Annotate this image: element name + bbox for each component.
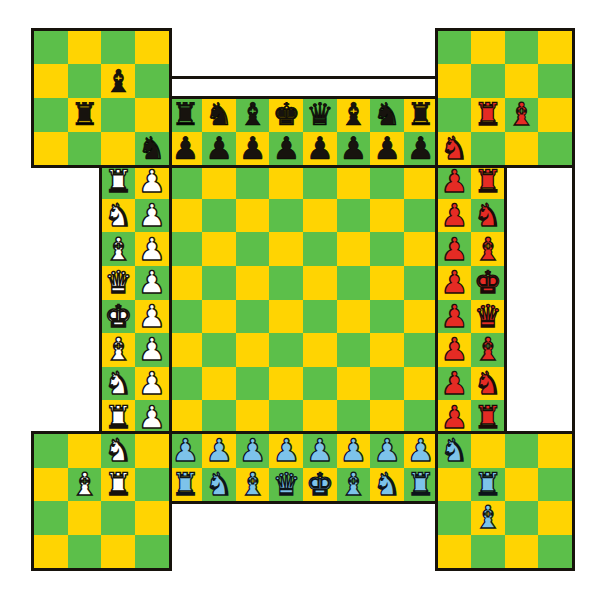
square[interactable]	[236, 199, 270, 233]
piece-blue-rook[interactable]: ♜	[471, 468, 505, 502]
piece-blue-knight[interactable]: ♞	[202, 468, 236, 502]
square[interactable]	[135, 64, 169, 98]
square[interactable]	[202, 199, 236, 233]
piece-white-pawn[interactable]: ♟	[135, 367, 169, 401]
piece-black-pawn[interactable]: ♟	[404, 132, 438, 166]
square[interactable]	[34, 64, 68, 98]
square[interactable]	[404, 300, 438, 334]
square[interactable]	[538, 535, 572, 569]
square[interactable]	[169, 199, 203, 233]
square[interactable]	[34, 501, 68, 535]
square[interactable]	[471, 64, 505, 98]
square[interactable]	[370, 400, 404, 434]
square[interactable]	[505, 434, 539, 468]
piece-white-king[interactable]: ♚	[102, 300, 136, 334]
square[interactable]	[236, 165, 270, 199]
piece-white-bishop[interactable]: ♝	[102, 333, 136, 367]
square[interactable]	[68, 434, 102, 468]
square[interactable]	[135, 468, 169, 502]
square[interactable]	[303, 232, 337, 266]
piece-blue-pawn[interactable]: ♟	[270, 434, 304, 468]
piece-blue-pawn[interactable]: ♟	[202, 434, 236, 468]
square[interactable]	[438, 501, 472, 535]
square[interactable]	[202, 333, 236, 367]
square[interactable]	[236, 300, 270, 334]
piece-black-pawn[interactable]: ♟	[337, 132, 371, 166]
piece-red-pawn[interactable]: ♟	[438, 266, 472, 300]
square[interactable]	[471, 535, 505, 569]
square[interactable]	[202, 300, 236, 334]
piece-red-bishop[interactable]: ♝	[505, 98, 539, 132]
piece-red-king[interactable]: ♚	[471, 266, 505, 300]
piece-red-rook[interactable]: ♜	[471, 98, 505, 132]
square[interactable]	[303, 367, 337, 401]
piece-blue-queen[interactable]: ♛	[270, 468, 304, 502]
piece-black-bishop[interactable]: ♝	[236, 98, 270, 132]
square[interactable]	[404, 333, 438, 367]
square[interactable]	[101, 132, 135, 166]
square[interactable]	[505, 501, 539, 535]
square[interactable]	[505, 31, 539, 65]
square[interactable]	[404, 266, 438, 300]
piece-red-pawn[interactable]: ♟	[438, 165, 472, 199]
piece-black-knight[interactable]: ♞	[202, 98, 236, 132]
piece-black-rook[interactable]: ♜	[68, 98, 102, 132]
square[interactable]	[269, 300, 303, 334]
square[interactable]	[269, 165, 303, 199]
piece-blue-pawn[interactable]: ♟	[404, 434, 438, 468]
piece-white-bishop[interactable]: ♝	[68, 468, 102, 502]
square[interactable]	[370, 165, 404, 199]
piece-red-knight[interactable]: ♞	[471, 199, 505, 233]
square[interactable]	[34, 98, 68, 132]
square[interactable]	[68, 501, 102, 535]
square[interactable]	[169, 165, 203, 199]
piece-black-queen[interactable]: ♛	[303, 98, 337, 132]
square[interactable]	[337, 232, 371, 266]
piece-blue-bishop[interactable]: ♝	[236, 468, 270, 502]
square[interactable]	[202, 232, 236, 266]
square[interactable]	[101, 98, 135, 132]
piece-black-rook[interactable]: ♜	[404, 98, 438, 132]
piece-blue-pawn[interactable]: ♟	[303, 434, 337, 468]
square[interactable]	[269, 266, 303, 300]
piece-white-pawn[interactable]: ♟	[135, 400, 169, 434]
piece-black-rook[interactable]: ♜	[169, 98, 203, 132]
square[interactable]	[438, 31, 472, 65]
square[interactable]	[370, 367, 404, 401]
piece-white-knight[interactable]: ♞	[102, 434, 136, 468]
square[interactable]	[34, 132, 68, 166]
piece-white-pawn[interactable]: ♟	[135, 266, 169, 300]
square[interactable]	[337, 266, 371, 300]
square[interactable]	[169, 333, 203, 367]
piece-red-bishop[interactable]: ♝	[471, 232, 505, 266]
square[interactable]	[34, 468, 68, 502]
square[interactable]	[236, 333, 270, 367]
piece-red-rook[interactable]: ♜	[471, 165, 505, 199]
square[interactable]	[236, 232, 270, 266]
square[interactable]	[68, 31, 102, 65]
piece-black-pawn[interactable]: ♟	[303, 132, 337, 166]
four-player-chess-board: ♝♜♜♞♝♚♛♝♞♜♞♟♟♟♟♟♟♟♟♜♝♞♜♞♝♚♛♝♞♜♟♟♟♟♟♟♟♟♜♞…	[0, 0, 599, 600]
square[interactable]	[538, 132, 572, 166]
piece-red-knight[interactable]: ♞	[438, 132, 472, 166]
square[interactable]	[101, 535, 135, 569]
square[interactable]	[303, 199, 337, 233]
square[interactable]	[269, 400, 303, 434]
square[interactable]	[404, 232, 438, 266]
square[interactable]	[471, 31, 505, 65]
piece-white-bishop[interactable]: ♝	[102, 232, 136, 266]
square[interactable]	[236, 367, 270, 401]
square[interactable]	[236, 400, 270, 434]
square[interactable]	[438, 98, 472, 132]
square[interactable]	[34, 535, 68, 569]
piece-blue-pawn[interactable]: ♟	[169, 434, 203, 468]
square[interactable]	[505, 535, 539, 569]
square[interactable]	[169, 232, 203, 266]
square[interactable]	[236, 266, 270, 300]
square[interactable]	[404, 165, 438, 199]
square[interactable]	[303, 300, 337, 334]
square[interactable]	[202, 367, 236, 401]
piece-blue-knight[interactable]: ♞	[438, 434, 472, 468]
piece-black-knight[interactable]: ♞	[135, 132, 169, 166]
piece-blue-bishop[interactable]: ♝	[337, 468, 371, 502]
square[interactable]	[169, 400, 203, 434]
piece-white-pawn[interactable]: ♟	[135, 199, 169, 233]
piece-white-rook[interactable]: ♜	[102, 468, 136, 502]
piece-red-pawn[interactable]: ♟	[438, 400, 472, 434]
square[interactable]	[135, 31, 169, 65]
piece-blue-king[interactable]: ♚	[303, 468, 337, 502]
square[interactable]	[438, 468, 472, 502]
piece-white-pawn[interactable]: ♟	[135, 333, 169, 367]
piece-blue-rook[interactable]: ♜	[169, 468, 203, 502]
piece-black-bishop[interactable]: ♝	[337, 98, 371, 132]
piece-red-queen[interactable]: ♛	[471, 300, 505, 334]
square[interactable]	[303, 400, 337, 434]
square[interactable]	[135, 535, 169, 569]
square[interactable]	[404, 199, 438, 233]
square[interactable]	[538, 468, 572, 502]
piece-red-bishop[interactable]: ♝	[471, 333, 505, 367]
square[interactable]	[169, 367, 203, 401]
piece-white-rook[interactable]: ♜	[102, 400, 136, 434]
square[interactable]	[538, 31, 572, 65]
piece-red-pawn[interactable]: ♟	[438, 232, 472, 266]
piece-red-knight[interactable]: ♞	[471, 367, 505, 401]
square[interactable]	[337, 400, 371, 434]
square[interactable]	[101, 31, 135, 65]
square[interactable]	[135, 501, 169, 535]
square[interactable]	[370, 232, 404, 266]
piece-white-rook[interactable]: ♜	[102, 165, 136, 199]
square[interactable]	[505, 132, 539, 166]
square[interactable]	[505, 64, 539, 98]
piece-black-pawn[interactable]: ♟	[270, 132, 304, 166]
square[interactable]	[370, 199, 404, 233]
piece-red-pawn[interactable]: ♟	[438, 367, 472, 401]
piece-white-pawn[interactable]: ♟	[135, 165, 169, 199]
square[interactable]	[438, 64, 472, 98]
piece-blue-pawn[interactable]: ♟	[370, 434, 404, 468]
piece-black-pawn[interactable]: ♟	[169, 132, 203, 166]
square[interactable]	[169, 266, 203, 300]
square[interactable]	[101, 501, 135, 535]
piece-blue-pawn[interactable]: ♟	[236, 434, 270, 468]
square[interactable]	[202, 266, 236, 300]
piece-black-pawn[interactable]: ♟	[202, 132, 236, 166]
square[interactable]	[538, 501, 572, 535]
piece-blue-bishop[interactable]: ♝	[471, 501, 505, 535]
piece-black-pawn[interactable]: ♟	[236, 132, 270, 166]
square[interactable]	[538, 434, 572, 468]
square[interactable]	[370, 333, 404, 367]
square[interactable]	[538, 64, 572, 98]
square[interactable]	[34, 31, 68, 65]
piece-black-bishop[interactable]: ♝	[102, 64, 136, 98]
square[interactable]	[68, 132, 102, 166]
piece-red-pawn[interactable]: ♟	[438, 300, 472, 334]
square[interactable]	[169, 300, 203, 334]
square[interactable]	[337, 367, 371, 401]
square[interactable]	[337, 333, 371, 367]
square[interactable]	[202, 165, 236, 199]
square[interactable]	[269, 333, 303, 367]
square[interactable]	[438, 535, 472, 569]
piece-red-pawn[interactable]: ♟	[438, 199, 472, 233]
square[interactable]	[303, 165, 337, 199]
square[interactable]	[303, 266, 337, 300]
piece-white-knight[interactable]: ♞	[102, 199, 136, 233]
piece-black-knight[interactable]: ♞	[370, 98, 404, 132]
square[interactable]	[370, 300, 404, 334]
square[interactable]	[471, 434, 505, 468]
square[interactable]	[269, 199, 303, 233]
square[interactable]	[404, 367, 438, 401]
piece-blue-knight[interactable]: ♞	[370, 468, 404, 502]
piece-white-knight[interactable]: ♞	[102, 367, 136, 401]
square[interactable]	[337, 165, 371, 199]
square[interactable]	[370, 266, 404, 300]
piece-white-pawn[interactable]: ♟	[135, 300, 169, 334]
piece-red-rook[interactable]: ♜	[471, 400, 505, 434]
square[interactable]	[135, 434, 169, 468]
square[interactable]	[269, 367, 303, 401]
square[interactable]	[269, 232, 303, 266]
square[interactable]	[34, 434, 68, 468]
piece-blue-pawn[interactable]: ♟	[337, 434, 371, 468]
square[interactable]	[68, 64, 102, 98]
piece-white-queen[interactable]: ♛	[102, 266, 136, 300]
piece-white-pawn[interactable]: ♟	[135, 232, 169, 266]
square[interactable]	[135, 98, 169, 132]
square[interactable]	[337, 300, 371, 334]
square[interactable]	[505, 468, 539, 502]
square[interactable]	[538, 98, 572, 132]
square[interactable]	[202, 400, 236, 434]
square[interactable]	[337, 199, 371, 233]
square[interactable]	[303, 333, 337, 367]
piece-blue-rook[interactable]: ♜	[404, 468, 438, 502]
square[interactable]	[471, 132, 505, 166]
piece-red-pawn[interactable]: ♟	[438, 333, 472, 367]
square[interactable]	[404, 400, 438, 434]
square[interactable]	[68, 535, 102, 569]
central-board	[166, 162, 441, 437]
piece-black-pawn[interactable]: ♟	[370, 132, 404, 166]
piece-black-king[interactable]: ♚	[270, 98, 304, 132]
